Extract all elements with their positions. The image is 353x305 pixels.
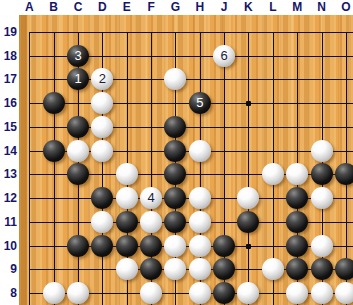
stone-black-b16: [43, 92, 65, 114]
stone-black-m10: [286, 235, 308, 257]
move-number-3: 3: [74, 45, 81, 67]
stone-black-h16: 5: [189, 92, 211, 114]
column-label-b: B: [42, 1, 66, 14]
grid-line-col-A: [29, 32, 30, 305]
stone-white-h12: [189, 187, 211, 209]
row-label-8: 8: [0, 286, 17, 300]
stone-white-n12: [311, 187, 333, 209]
move-number-1: 1: [74, 68, 81, 90]
stone-white-f12: 4: [140, 187, 162, 209]
stone-white-h11: [189, 211, 211, 233]
stone-black-d10: [91, 235, 113, 257]
column-label-g: G: [163, 1, 187, 14]
row-label-10: 10: [0, 239, 17, 253]
stone-black-c18: 3: [67, 45, 89, 67]
row-label-11: 11: [0, 215, 17, 229]
stone-black-j10: [213, 235, 235, 257]
row-label-9: 9: [0, 262, 17, 276]
stone-black-o9: [335, 258, 353, 280]
stone-black-b14: [43, 140, 65, 162]
stone-black-n9: [311, 258, 333, 280]
stone-white-c8: [67, 282, 89, 304]
column-label-j: J: [212, 1, 236, 14]
column-label-c: C: [66, 1, 90, 14]
move-number-2: 2: [99, 68, 106, 90]
stone-white-d11: [91, 211, 113, 233]
row-label-18: 18: [0, 49, 17, 63]
stone-black-j8: [213, 282, 235, 304]
column-label-k: K: [236, 1, 260, 14]
stone-black-e11: [116, 211, 138, 233]
grid-line-col-K: [248, 32, 249, 305]
stone-white-l9: [262, 258, 284, 280]
stone-white-h9: [189, 258, 211, 280]
star-point-k16: [246, 101, 251, 106]
stone-white-e9: [116, 258, 138, 280]
move-number-6: 6: [220, 45, 227, 67]
row-label-17: 17: [0, 72, 17, 86]
stone-white-n8: [311, 282, 333, 304]
stone-white-m8: [286, 282, 308, 304]
stone-white-h8: [189, 282, 211, 304]
stone-white-g10: [164, 235, 186, 257]
stone-white-n10: [311, 235, 333, 257]
stone-white-o8: [335, 282, 353, 304]
column-label-m: M: [285, 1, 309, 14]
stone-white-j18: 6: [213, 45, 235, 67]
row-label-12: 12: [0, 191, 17, 205]
stone-black-e10: [116, 235, 138, 257]
stone-black-o13: [335, 163, 353, 185]
stone-black-g14: [164, 140, 186, 162]
row-label-16: 16: [0, 96, 17, 110]
stone-white-b8: [43, 282, 65, 304]
grid-line-col-B: [54, 32, 55, 305]
stone-white-d14: [91, 140, 113, 162]
star-point-k10: [246, 244, 251, 249]
row-label-14: 14: [0, 144, 17, 158]
stone-white-f11: [140, 211, 162, 233]
stone-white-h10: [189, 235, 211, 257]
row-label-15: 15: [0, 120, 17, 134]
stone-white-e12: [116, 187, 138, 209]
move-number-5: 5: [196, 92, 203, 114]
stone-white-c14: [67, 140, 89, 162]
column-label-n: N: [310, 1, 334, 14]
stone-white-n14: [311, 140, 333, 162]
stone-black-n13: [311, 163, 333, 185]
row-label-19: 19: [0, 25, 17, 39]
stone-white-e13: [116, 163, 138, 185]
go-app-window: ABCDEFGHJKLMNO19181716151413121110983156…: [0, 0, 353, 305]
column-label-f: F: [139, 1, 163, 14]
column-label-e: E: [115, 1, 139, 14]
move-number-4: 4: [147, 187, 154, 209]
column-label-d: D: [90, 1, 114, 14]
stone-black-c15: [67, 116, 89, 138]
stone-white-h14: [189, 140, 211, 162]
stone-black-f10: [140, 235, 162, 257]
stone-white-f8: [140, 282, 162, 304]
column-label-a: A: [17, 1, 41, 14]
column-label-o: O: [334, 1, 353, 14]
row-label-13: 13: [0, 167, 17, 181]
stone-black-m11: [286, 211, 308, 233]
column-label-h: H: [188, 1, 212, 14]
stone-black-c10: [67, 235, 89, 257]
column-label-l: L: [261, 1, 285, 14]
